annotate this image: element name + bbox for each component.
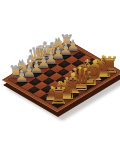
piece-white-rook: ♜ <box>48 84 69 107</box>
pieces-layer: ♜♞♝♛♚♝♞♜♟♟♟♟♟♟♟♟♟♟♟♟♟♟♟♟♜♞♝♛♚♝♞♜ <box>0 0 120 144</box>
chess-set-photo: ♜♞♝♛♚♝♞♜♟♟♟♟♟♟♟♟♟♟♟♟♟♟♟♟♜♞♝♛♚♝♞♜ <box>0 0 120 144</box>
piece-black-pawn: ♟ <box>15 69 29 85</box>
